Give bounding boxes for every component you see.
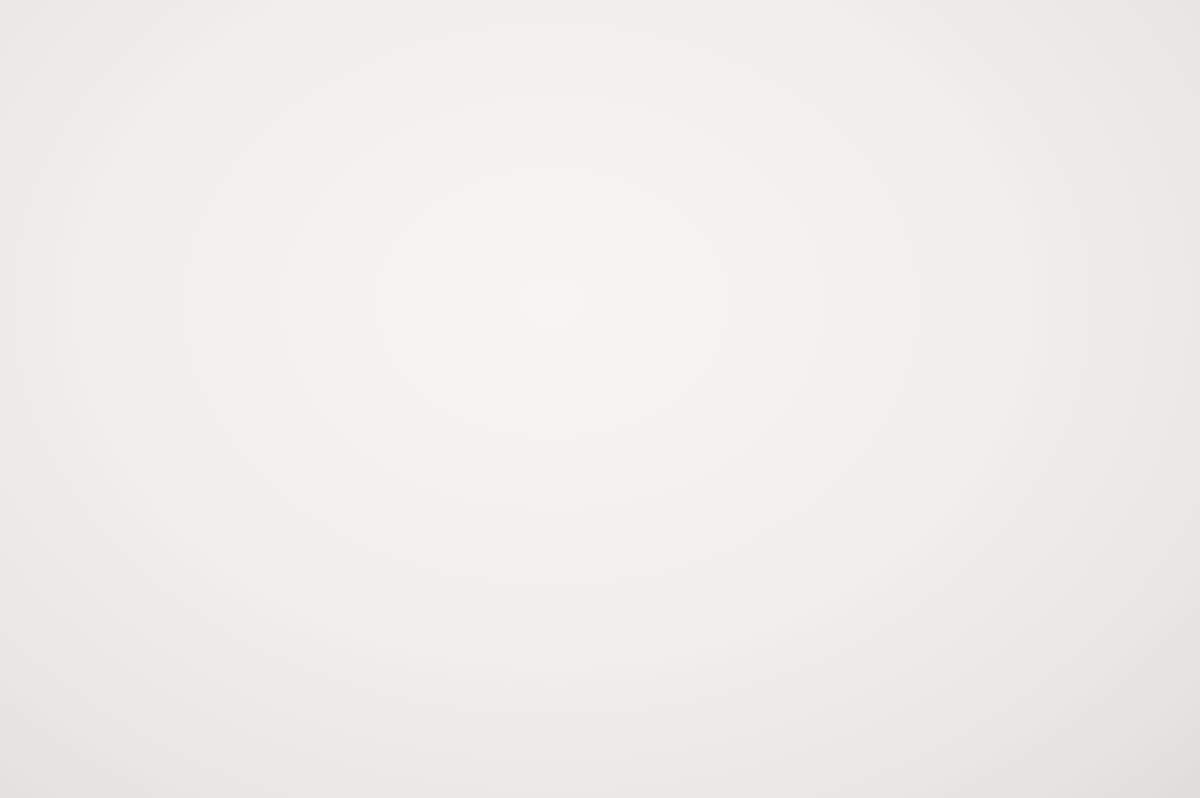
chess-board-photo <box>0 0 1200 798</box>
board <box>0 0 1200 798</box>
